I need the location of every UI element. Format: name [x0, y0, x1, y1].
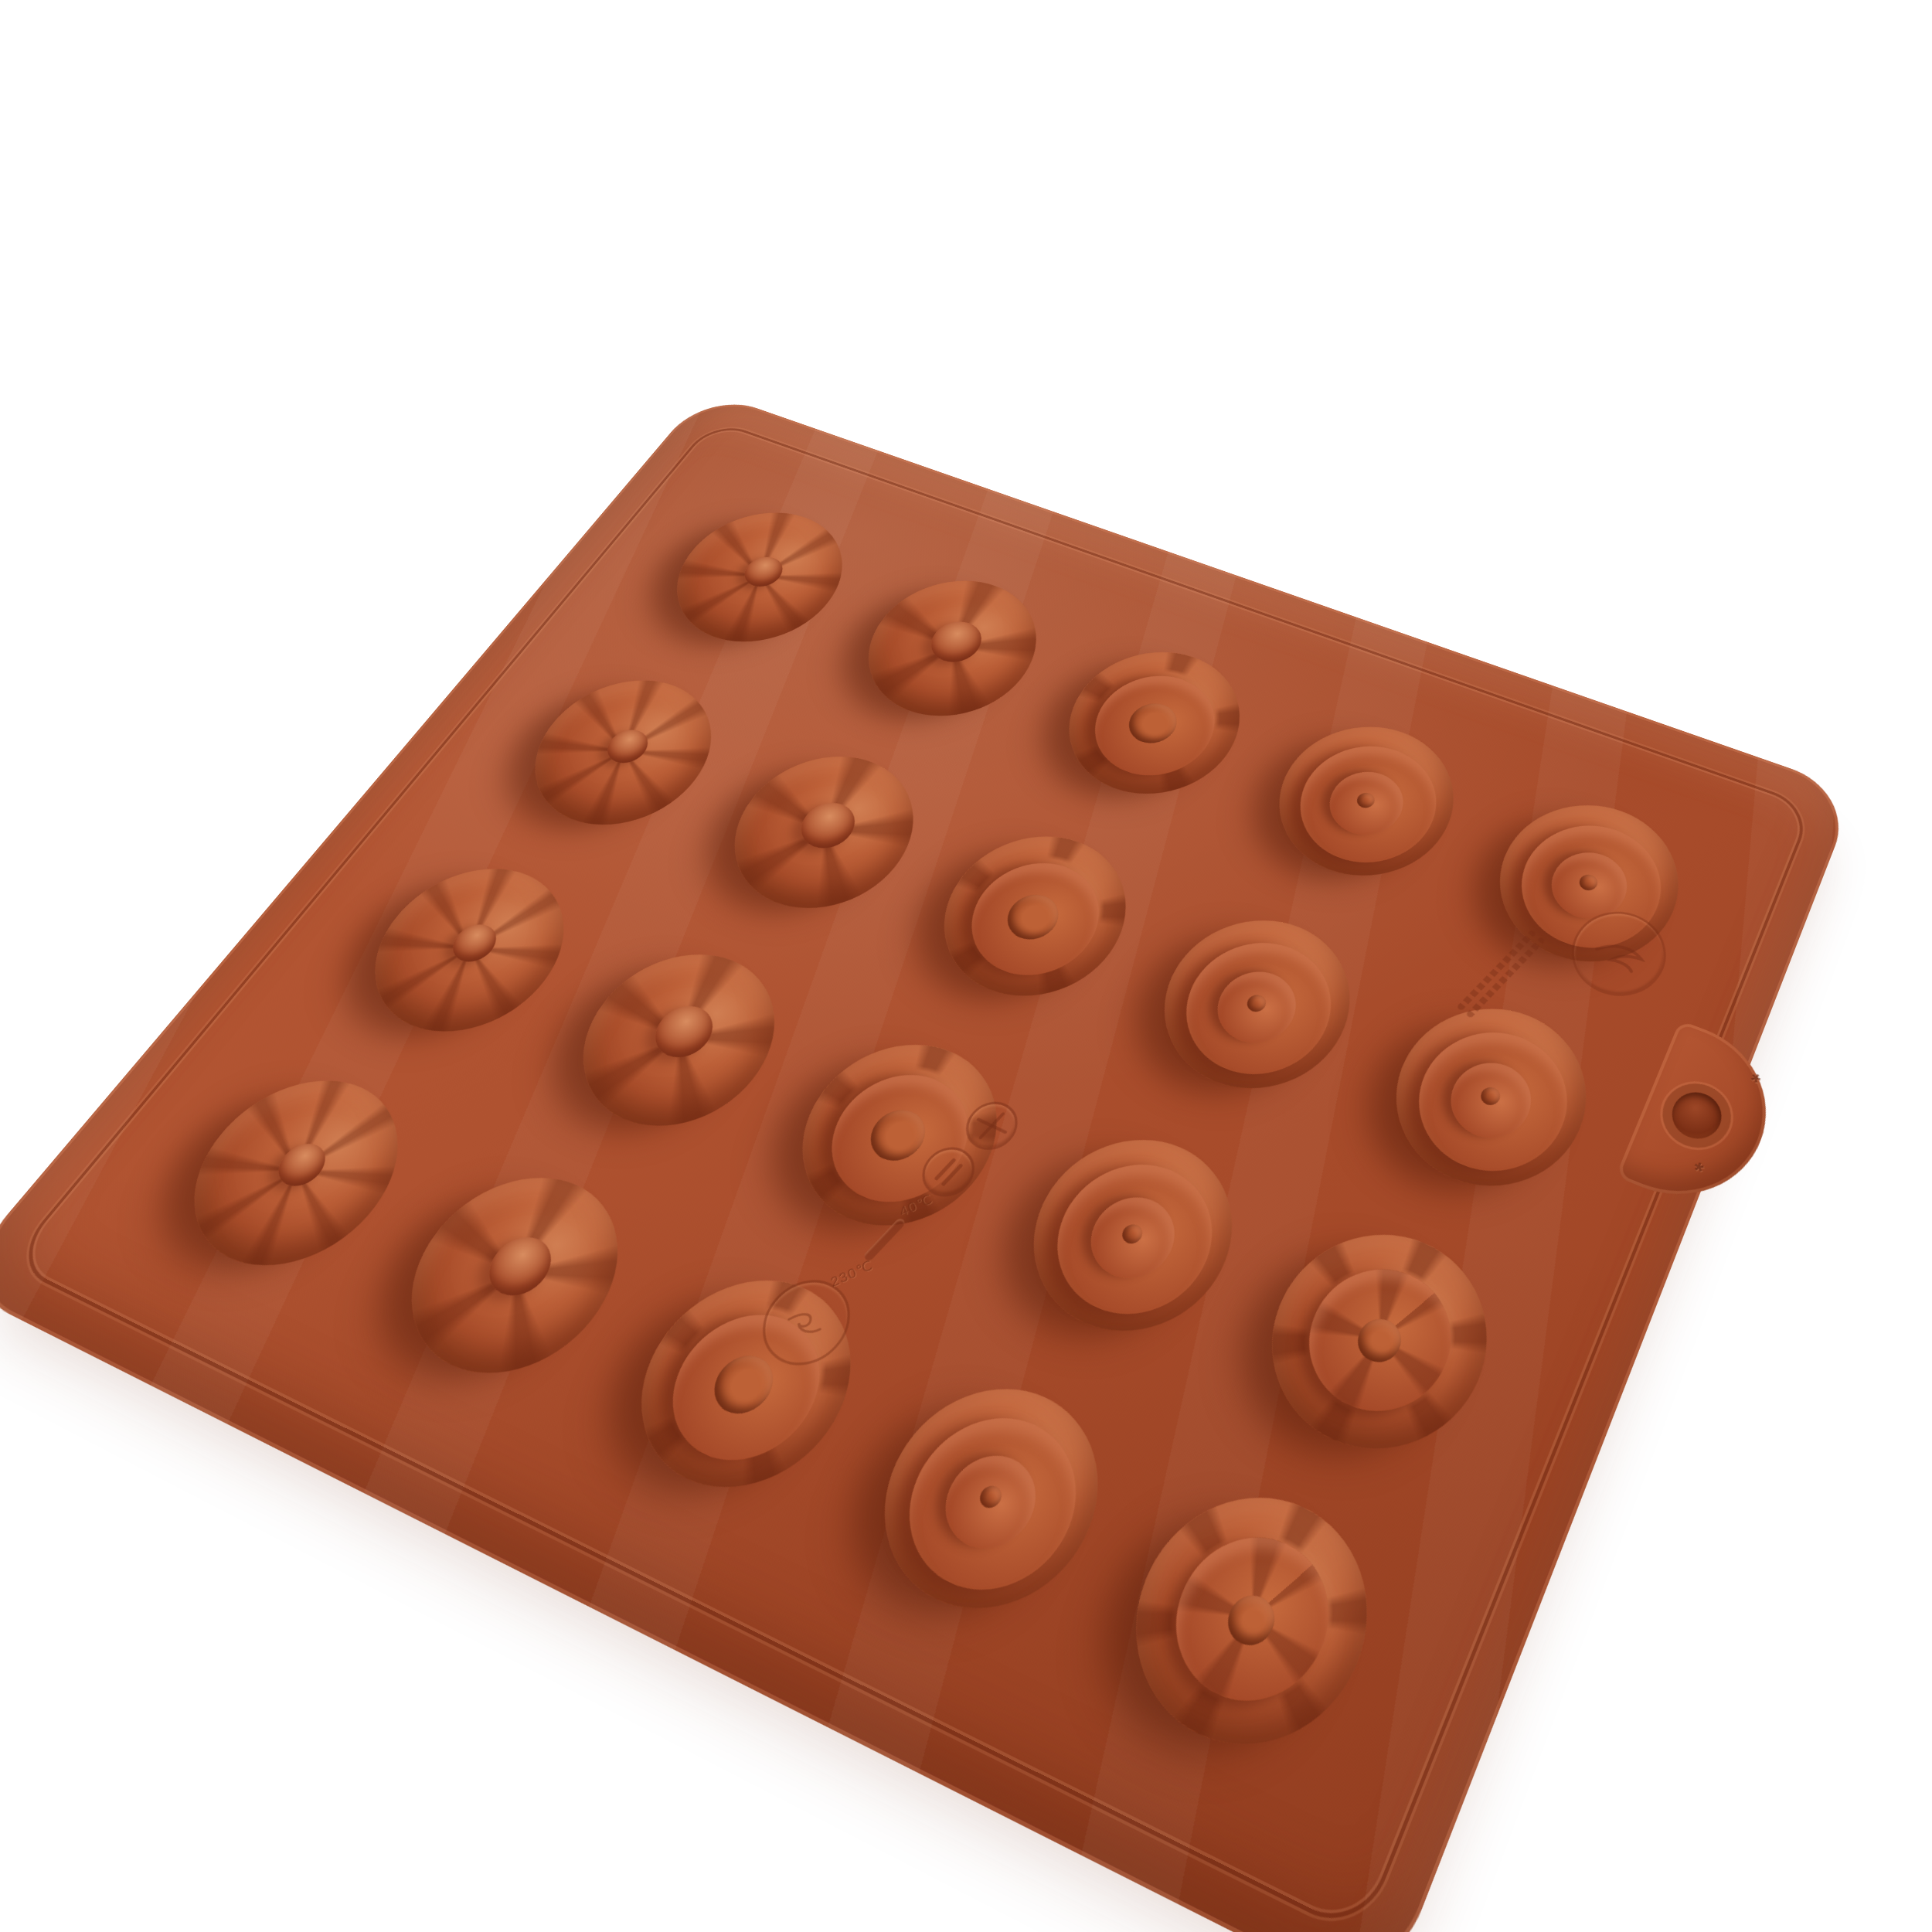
hanging-hole [1665, 1086, 1728, 1146]
product-photo: 40℃ 230℃ * * [0, 0, 1932, 1932]
cavity-rose-full [1236, 1203, 1520, 1484]
temperature-high-label: 230℃ [828, 1257, 875, 1291]
cavity-rose-bud [844, 1357, 1135, 1645]
cavity-rose-bud [998, 1112, 1266, 1362]
thermometer-icon [862, 1216, 906, 1262]
silicone-mold-tray: 40℃ 230℃ * * [0, 390, 1856, 1932]
cavity-rose-full [1095, 1462, 1405, 1786]
cavity-fluted [836, 561, 1066, 738]
swoosh-icon [1574, 913, 1664, 995]
cavity-rose-bud [1131, 896, 1379, 1116]
temperature-low-label: 40℃ [897, 1191, 935, 1220]
cavity-rose-open [910, 813, 1157, 1022]
tab-asterisk-mark: * [1691, 1157, 1706, 1185]
script-squiggle-icon [767, 1285, 845, 1360]
cavity-rose-open [1038, 631, 1268, 817]
tab-asterisk-mark: * [1743, 1069, 1765, 1094]
cavity-rose-bud [1366, 983, 1614, 1215]
cavity-rose-bud [1250, 705, 1481, 900]
mold-tray-wrapper: 40℃ 230℃ * * [0, 390, 1856, 1932]
